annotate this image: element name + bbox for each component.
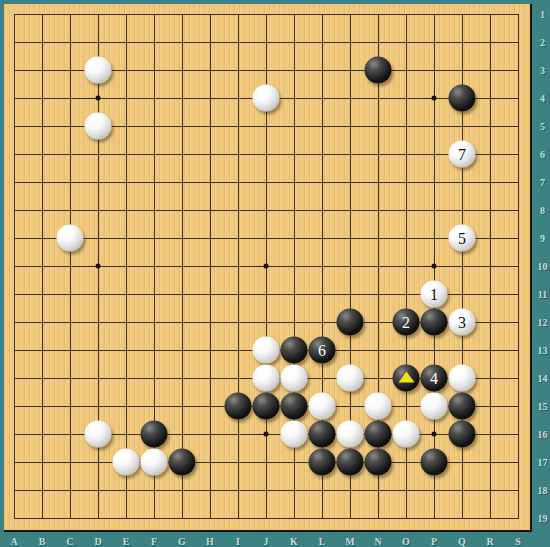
star-point <box>96 264 101 269</box>
go-stone-black[interactable] <box>169 449 196 476</box>
grid-line-vertical <box>518 14 519 519</box>
column-label: J <box>264 536 269 547</box>
go-stone-black[interactable] <box>393 365 420 392</box>
row-label: 12 <box>535 317 550 328</box>
row-label: 10 <box>535 261 550 272</box>
row-label: 14 <box>535 373 550 384</box>
row-label: 19 <box>535 513 550 524</box>
column-label: H <box>206 536 214 547</box>
go-stone-white[interactable] <box>253 337 280 364</box>
column-label: F <box>151 536 157 547</box>
go-stone-black[interactable]: 4 <box>421 365 448 392</box>
go-stone-black[interactable] <box>421 309 448 336</box>
go-stone-white[interactable] <box>253 365 280 392</box>
go-stone-white[interactable]: 1 <box>421 281 448 308</box>
go-stone-black[interactable] <box>225 393 252 420</box>
go-stone-black[interactable] <box>309 421 336 448</box>
column-label: D <box>94 536 101 547</box>
go-stone-white[interactable] <box>393 421 420 448</box>
go-stone-white[interactable] <box>337 365 364 392</box>
move-number-label: 3 <box>458 314 466 330</box>
move-number-label: 2 <box>402 314 410 330</box>
move-number-label: 1 <box>430 286 438 302</box>
row-label: 7 <box>535 177 550 188</box>
go-stone-white[interactable] <box>253 85 280 112</box>
column-label: K <box>290 536 298 547</box>
grid-line-horizontal <box>14 518 519 519</box>
go-stone-white[interactable] <box>449 365 476 392</box>
column-label: O <box>402 536 410 547</box>
column-label: G <box>178 536 186 547</box>
row-label: 6 <box>535 149 550 160</box>
row-label: 4 <box>535 93 550 104</box>
go-stone-white[interactable]: 7 <box>449 141 476 168</box>
go-stone-white[interactable] <box>421 393 448 420</box>
go-stone-black[interactable] <box>337 449 364 476</box>
row-label: 2 <box>535 37 550 48</box>
column-label: A <box>10 536 17 547</box>
go-stone-white[interactable] <box>309 393 336 420</box>
go-stone-black[interactable] <box>281 337 308 364</box>
go-stone-white[interactable] <box>113 449 140 476</box>
row-label: 15 <box>535 401 550 412</box>
row-label: 16 <box>535 429 550 440</box>
column-label: N <box>374 536 381 547</box>
go-stone-white[interactable]: 3 <box>449 309 476 336</box>
grid-line-vertical <box>490 14 491 519</box>
go-stone-black[interactable] <box>365 421 392 448</box>
row-label: 18 <box>535 485 550 496</box>
go-stone-white[interactable] <box>85 113 112 140</box>
triangle-mark-icon <box>398 372 414 383</box>
star-point <box>264 432 269 437</box>
go-stone-black[interactable]: 6 <box>309 337 336 364</box>
go-stone-white[interactable] <box>57 225 84 252</box>
go-stone-black[interactable] <box>449 393 476 420</box>
row-label: 1 <box>535 9 550 20</box>
move-number-label: 7 <box>458 146 466 162</box>
column-label: B <box>39 536 46 547</box>
star-point <box>264 264 269 269</box>
row-label: 9 <box>535 233 550 244</box>
go-stone-white[interactable] <box>85 421 112 448</box>
go-stone-black[interactable] <box>365 449 392 476</box>
row-label: 8 <box>535 205 550 216</box>
star-point <box>432 264 437 269</box>
column-label: M <box>345 536 354 547</box>
go-stone-black[interactable] <box>253 393 280 420</box>
go-stone-white[interactable] <box>281 421 308 448</box>
go-stone-black[interactable] <box>449 85 476 112</box>
go-stone-black[interactable] <box>421 449 448 476</box>
column-label: Q <box>458 536 466 547</box>
go-stone-white[interactable] <box>85 57 112 84</box>
go-stone-black[interactable] <box>281 393 308 420</box>
column-label: I <box>236 536 240 547</box>
go-stone-white[interactable] <box>365 393 392 420</box>
row-label: 17 <box>535 457 550 468</box>
row-label: 13 <box>535 345 550 356</box>
go-stone-black[interactable]: 2 <box>393 309 420 336</box>
row-label: 11 <box>535 289 550 300</box>
go-stone-white[interactable] <box>281 365 308 392</box>
go-stone-white[interactable]: 5 <box>449 225 476 252</box>
column-label: S <box>515 536 521 547</box>
move-number-label: 4 <box>430 370 438 386</box>
column-label: L <box>319 536 326 547</box>
column-label: P <box>431 536 437 547</box>
go-board[interactable]: 7512364 <box>4 4 532 532</box>
go-stone-black[interactable] <box>337 309 364 336</box>
column-label: C <box>66 536 73 547</box>
grid-line-horizontal <box>14 490 519 491</box>
move-number-label: 6 <box>318 342 326 358</box>
move-number-label: 5 <box>458 230 466 246</box>
column-label: E <box>123 536 130 547</box>
row-label: 5 <box>535 121 550 132</box>
go-stone-black[interactable] <box>141 421 168 448</box>
star-point <box>432 432 437 437</box>
app-background: 7512364 ABCDEFGHIJKLMNOPQRS1234567891011… <box>0 0 550 547</box>
row-label: 3 <box>535 65 550 76</box>
go-stone-white[interactable] <box>141 449 168 476</box>
go-stone-black[interactable] <box>365 57 392 84</box>
star-point <box>432 96 437 101</box>
go-stone-white[interactable] <box>337 421 364 448</box>
column-label: R <box>486 536 493 547</box>
go-stone-black[interactable] <box>309 449 336 476</box>
star-point <box>96 96 101 101</box>
go-stone-black[interactable] <box>449 421 476 448</box>
